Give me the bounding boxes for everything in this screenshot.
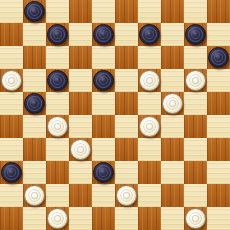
square-r5c7-light <box>161 115 184 138</box>
square-r3c3-light <box>69 69 92 92</box>
square-5[interactable] <box>207 0 230 23</box>
square-47[interactable] <box>46 207 69 230</box>
square-36[interactable] <box>0 161 23 184</box>
square-r0c4-light <box>92 0 115 23</box>
square-r4c8-light <box>184 92 207 115</box>
square-r0c6-light <box>138 0 161 23</box>
black-man[interactable] <box>93 162 114 183</box>
black-man[interactable] <box>24 93 45 114</box>
square-21[interactable] <box>23 92 46 115</box>
square-r2c8-light <box>184 46 207 69</box>
square-31[interactable] <box>23 138 46 161</box>
square-32[interactable] <box>69 138 92 161</box>
black-man[interactable] <box>208 47 229 68</box>
square-r7c3-light <box>69 161 92 184</box>
square-r9c9-light <box>207 207 230 230</box>
square-r6c2-light <box>46 138 69 161</box>
black-man[interactable] <box>93 24 114 45</box>
white-man[interactable] <box>70 139 91 160</box>
black-man[interactable] <box>139 24 160 45</box>
square-10[interactable] <box>184 23 207 46</box>
square-r6c6-light <box>138 138 161 161</box>
square-r3c9-light <box>207 69 230 92</box>
square-r0c2-light <box>46 0 69 23</box>
square-1[interactable] <box>23 0 46 23</box>
square-r8c6-light <box>138 184 161 207</box>
square-17[interactable] <box>46 69 69 92</box>
square-45[interactable] <box>207 184 230 207</box>
square-r4c0-light <box>0 92 23 115</box>
square-15[interactable] <box>207 46 230 69</box>
square-r2c2-light <box>46 46 69 69</box>
black-man[interactable] <box>93 70 114 91</box>
square-r9c3-light <box>69 207 92 230</box>
white-man[interactable] <box>47 208 68 229</box>
square-40[interactable] <box>184 161 207 184</box>
square-r4c2-light <box>46 92 69 115</box>
square-r3c1-light <box>23 69 46 92</box>
square-r1c5-light <box>115 23 138 46</box>
square-46[interactable] <box>0 207 23 230</box>
square-r9c7-light <box>161 207 184 230</box>
square-r7c7-light <box>161 161 184 184</box>
square-38[interactable] <box>92 161 115 184</box>
white-man[interactable] <box>185 70 206 91</box>
square-r1c9-light <box>207 23 230 46</box>
black-man[interactable] <box>185 24 206 45</box>
square-r2c4-light <box>92 46 115 69</box>
square-20[interactable] <box>184 69 207 92</box>
draughts-board <box>0 0 230 230</box>
square-r7c9-light <box>207 161 230 184</box>
black-man[interactable] <box>24 1 45 22</box>
white-man[interactable] <box>1 70 22 91</box>
square-39[interactable] <box>138 161 161 184</box>
square-r5c1-light <box>23 115 46 138</box>
square-4[interactable] <box>161 0 184 23</box>
square-r7c1-light <box>23 161 46 184</box>
square-r0c8-light <box>184 0 207 23</box>
white-man[interactable] <box>116 185 137 206</box>
square-33[interactable] <box>115 138 138 161</box>
square-41[interactable] <box>23 184 46 207</box>
square-30[interactable] <box>184 115 207 138</box>
square-22[interactable] <box>69 92 92 115</box>
square-7[interactable] <box>46 23 69 46</box>
square-6[interactable] <box>0 23 23 46</box>
black-man[interactable] <box>1 162 22 183</box>
square-r3c5-light <box>115 69 138 92</box>
square-24[interactable] <box>161 92 184 115</box>
square-r4c6-light <box>138 92 161 115</box>
square-42[interactable] <box>69 184 92 207</box>
square-r1c1-light <box>23 23 46 46</box>
square-35[interactable] <box>207 138 230 161</box>
square-19[interactable] <box>138 69 161 92</box>
square-r6c4-light <box>92 138 115 161</box>
square-r8c2-light <box>46 184 69 207</box>
square-27[interactable] <box>46 115 69 138</box>
white-man[interactable] <box>139 116 160 137</box>
white-man[interactable] <box>139 70 160 91</box>
square-34[interactable] <box>161 138 184 161</box>
square-r1c3-light <box>69 23 92 46</box>
square-3[interactable] <box>115 0 138 23</box>
square-r7c5-light <box>115 161 138 184</box>
square-r9c5-light <box>115 207 138 230</box>
square-r5c3-light <box>69 115 92 138</box>
square-r2c0-light <box>0 46 23 69</box>
square-r6c8-light <box>184 138 207 161</box>
square-r4c4-light <box>92 92 115 115</box>
white-man[interactable] <box>185 208 206 229</box>
square-r3c7-light <box>161 69 184 92</box>
square-28[interactable] <box>92 115 115 138</box>
square-11[interactable] <box>23 46 46 69</box>
square-9[interactable] <box>138 23 161 46</box>
square-18[interactable] <box>92 69 115 92</box>
square-r5c5-light <box>115 115 138 138</box>
square-r2c6-light <box>138 46 161 69</box>
white-man[interactable] <box>162 93 183 114</box>
square-12[interactable] <box>69 46 92 69</box>
square-13[interactable] <box>115 46 138 69</box>
square-29[interactable] <box>138 115 161 138</box>
square-50[interactable] <box>184 207 207 230</box>
square-r8c8-light <box>184 184 207 207</box>
square-r6c0-light <box>0 138 23 161</box>
square-r8c0-light <box>0 184 23 207</box>
square-43[interactable] <box>115 184 138 207</box>
square-14[interactable] <box>161 46 184 69</box>
square-r9c1-light <box>23 207 46 230</box>
black-man[interactable] <box>47 24 68 45</box>
white-man[interactable] <box>24 185 45 206</box>
square-44[interactable] <box>161 184 184 207</box>
black-man[interactable] <box>47 70 68 91</box>
square-8[interactable] <box>92 23 115 46</box>
square-49[interactable] <box>138 207 161 230</box>
square-r8c4-light <box>92 184 115 207</box>
square-48[interactable] <box>92 207 115 230</box>
square-16[interactable] <box>0 69 23 92</box>
square-r0c0-light <box>0 0 23 23</box>
square-25[interactable] <box>207 92 230 115</box>
square-r1c7-light <box>161 23 184 46</box>
square-r5c9-light <box>207 115 230 138</box>
white-man[interactable] <box>47 116 68 137</box>
square-37[interactable] <box>46 161 69 184</box>
square-26[interactable] <box>0 115 23 138</box>
square-2[interactable] <box>69 0 92 23</box>
square-23[interactable] <box>115 92 138 115</box>
